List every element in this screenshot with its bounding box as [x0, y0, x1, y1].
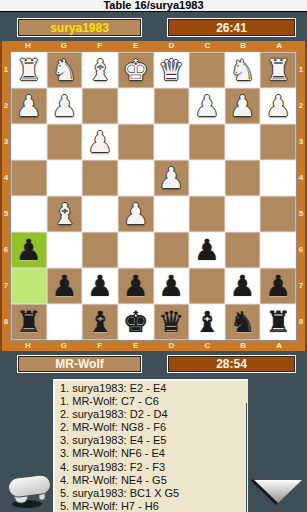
file-label-A: A	[261, 341, 297, 351]
square-D3[interactable]	[154, 124, 190, 160]
rank-label-7: 7	[2, 267, 10, 303]
square-G8[interactable]	[47, 304, 83, 340]
piece-black-pawn: ♟	[194, 232, 220, 268]
move-row: 3. surya1983: E4 - E5	[60, 434, 248, 447]
rank-label-4: 4	[2, 159, 10, 195]
piece-white-pawn: ♟	[194, 88, 220, 124]
piece-white-bishop: ♝	[87, 52, 113, 88]
square-G4[interactable]	[47, 160, 83, 196]
strip-spacer	[297, 41, 305, 51]
square-E6[interactable]	[118, 232, 154, 268]
piece-white-pawn: ♟	[16, 88, 42, 124]
square-B6[interactable]	[225, 232, 261, 268]
square-B7[interactable]: ♟	[225, 268, 261, 304]
bottom-area: 1. surya1983: E2 - E41. MR-Wolf: C7 - C6…	[0, 379, 307, 512]
piece-white-bishop: ♝	[51, 196, 77, 232]
square-H8[interactable]: ♜	[11, 304, 47, 340]
move-row: 1. surya1983: E2 - E4	[60, 382, 248, 395]
rank-label-5: 5	[2, 195, 10, 231]
rank-label-1: 1	[2, 51, 10, 87]
rank-label-2: 2	[297, 87, 305, 123]
chess-board-frame: HGFEDCBA 12345678 ♜♞♝♚♛♞♜♟♟♟♟♟♟♟♝♟♟♟♟♟♟♟…	[0, 41, 307, 351]
square-C8[interactable]: ♝	[189, 304, 225, 340]
square-B5[interactable]	[225, 196, 261, 232]
move-row: 3. MR-Wolf: NF6 - E4	[60, 447, 248, 460]
file-labels-bottom: HGFEDCBA	[2, 341, 305, 351]
piece-black-pawn: ♟	[158, 268, 184, 304]
move-row: 5. surya1983: BC1 X G5	[60, 487, 248, 500]
file-label-D: D	[154, 41, 190, 51]
move-row: 4. surya1983: F2 - F3	[60, 461, 248, 474]
square-H7[interactable]	[11, 268, 47, 304]
square-C4[interactable]	[189, 160, 225, 196]
piece-white-rook: ♜	[16, 52, 42, 88]
square-E2[interactable]	[118, 88, 154, 124]
square-A2[interactable]: ♟	[260, 88, 296, 124]
square-B2[interactable]: ♟	[225, 88, 261, 124]
piece-black-pawn: ♟	[87, 268, 113, 304]
file-label-E: E	[118, 41, 154, 51]
square-G6[interactable]	[47, 232, 83, 268]
square-E7[interactable]: ♟	[118, 268, 154, 304]
square-D1[interactable]: ♛	[154, 52, 190, 88]
square-G7[interactable]: ♟	[47, 268, 83, 304]
strip-spacer	[2, 341, 10, 351]
table-button[interactable]	[6, 475, 54, 509]
file-label-B: B	[225, 341, 261, 351]
down-arrow-icon	[249, 478, 305, 506]
square-E3[interactable]	[118, 124, 154, 160]
file-label-C: C	[189, 341, 225, 351]
square-D7[interactable]: ♟	[154, 268, 190, 304]
file-label-A: A	[261, 41, 297, 51]
square-H5[interactable]	[11, 196, 47, 232]
file-label-B: B	[225, 41, 261, 51]
move-row: 2. surya1983: D2 - D4	[60, 408, 248, 421]
piece-black-pawn: ♟	[51, 268, 77, 304]
piece-white-queen: ♛	[158, 52, 184, 88]
square-H3[interactable]	[11, 124, 47, 160]
square-D6[interactable]	[154, 232, 190, 268]
bottom-player-name: MR-Wolf	[17, 355, 142, 373]
rank-labels-left: 12345678	[2, 51, 10, 341]
square-F1[interactable]: ♝	[82, 52, 118, 88]
piece-white-king: ♚	[123, 52, 149, 88]
square-F3[interactable]: ♟	[82, 124, 118, 160]
square-G3[interactable]	[47, 124, 83, 160]
file-label-F: F	[82, 41, 118, 51]
rank-label-8: 8	[297, 303, 305, 339]
square-B1[interactable]: ♞	[225, 52, 261, 88]
scroll-down-button[interactable]	[249, 478, 305, 506]
square-G2[interactable]: ♟	[47, 88, 83, 124]
rank-label-1: 1	[297, 51, 305, 87]
file-label-H: H	[10, 341, 46, 351]
square-D2[interactable]	[154, 88, 190, 124]
rank-label-2: 2	[2, 87, 10, 123]
square-F6[interactable]	[82, 232, 118, 268]
rank-label-5: 5	[297, 195, 305, 231]
piece-white-pawn: ♟	[265, 88, 291, 124]
square-F5[interactable]	[82, 196, 118, 232]
rank-label-6: 6	[297, 231, 305, 267]
table-icon	[6, 475, 54, 509]
bottom-player-clock: 28:54	[167, 355, 296, 373]
square-E5[interactable]: ♟	[118, 196, 154, 232]
file-labels-top: HGFEDCBA	[2, 41, 305, 51]
bottom-player-band: MR-Wolf 28:54	[0, 351, 307, 379]
move-row: 2. MR-Wolf: NG8 - F6	[60, 421, 248, 434]
square-F8[interactable]: ♝	[82, 304, 118, 340]
move-row: 5. MR-Wolf: H7 - H6	[60, 500, 248, 512]
file-label-F: F	[82, 341, 118, 351]
piece-white-pawn: ♟	[230, 88, 256, 124]
rank-label-8: 8	[2, 303, 10, 339]
move-row: 1. MR-Wolf: C7 - C6	[60, 395, 248, 408]
rank-label-6: 6	[2, 231, 10, 267]
chess-board: ♜♞♝♚♛♞♜♟♟♟♟♟♟♟♝♟♟♟♟♟♟♟♟♟♜♝♚♛♝♞♜	[10, 51, 297, 341]
square-H1[interactable]: ♜	[11, 52, 47, 88]
square-A3[interactable]	[260, 124, 296, 160]
piece-black-rook: ♜	[265, 304, 291, 340]
square-E1[interactable]: ♚	[118, 52, 154, 88]
piece-black-bishop: ♝	[87, 304, 113, 340]
square-B4[interactable]	[225, 160, 261, 196]
top-player-clock: 26:41	[167, 18, 296, 37]
square-F4[interactable]	[82, 160, 118, 196]
rank-label-3: 3	[2, 123, 10, 159]
piece-white-pawn: ♟	[123, 196, 149, 232]
piece-white-pawn: ♟	[158, 160, 184, 196]
square-C6[interactable]: ♟	[189, 232, 225, 268]
square-C7[interactable]	[189, 268, 225, 304]
window-title: Table 16/surya1983	[0, 0, 307, 12]
square-A5[interactable]	[260, 196, 296, 232]
rank-label-3: 3	[297, 123, 305, 159]
square-A4[interactable]	[260, 160, 296, 196]
file-label-G: G	[46, 41, 82, 51]
square-B3[interactable]	[225, 124, 261, 160]
strip-spacer	[297, 341, 305, 351]
move-row: 4. MR-Wolf: NE4 - G5	[60, 474, 248, 487]
piece-black-pawn: ♟	[230, 268, 256, 304]
square-F2[interactable]	[82, 88, 118, 124]
square-C1[interactable]	[189, 52, 225, 88]
piece-black-pawn: ♟	[265, 268, 291, 304]
rank-labels-right: 12345678	[297, 51, 305, 341]
file-label-H: H	[10, 41, 46, 51]
square-A6[interactable]	[260, 232, 296, 268]
top-player-name: surya1983	[17, 18, 142, 37]
piece-white-pawn: ♟	[51, 88, 77, 124]
piece-black-pawn: ♟	[16, 232, 42, 268]
square-D4[interactable]: ♟	[154, 160, 190, 196]
piece-black-king: ♚	[123, 304, 149, 340]
square-G1[interactable]: ♞	[47, 52, 83, 88]
square-E4[interactable]	[118, 160, 154, 196]
file-label-E: E	[118, 341, 154, 351]
movelist-scrollbar[interactable]	[246, 403, 248, 512]
square-H4[interactable]	[11, 160, 47, 196]
strip-spacer	[2, 41, 10, 51]
top-player-band: surya1983 26:41	[0, 12, 307, 41]
square-G5[interactable]: ♝	[47, 196, 83, 232]
square-A8[interactable]: ♜	[260, 304, 296, 340]
rank-label-4: 4	[297, 159, 305, 195]
square-A1[interactable]: ♜	[260, 52, 296, 88]
square-F7[interactable]: ♟	[82, 268, 118, 304]
square-C2[interactable]: ♟	[189, 88, 225, 124]
square-C3[interactable]	[189, 124, 225, 160]
piece-black-knight: ♞	[230, 304, 256, 340]
rank-label-7: 7	[297, 267, 305, 303]
move-list[interactable]: 1. surya1983: E2 - E41. MR-Wolf: C7 - C6…	[53, 379, 248, 512]
square-A7[interactable]: ♟	[260, 268, 296, 304]
piece-black-bishop: ♝	[194, 304, 220, 340]
file-label-C: C	[189, 41, 225, 51]
piece-white-rook: ♜	[265, 52, 291, 88]
square-E8[interactable]: ♚	[118, 304, 154, 340]
piece-black-queen: ♛	[158, 304, 184, 340]
piece-black-pawn: ♟	[123, 268, 149, 304]
piece-white-knight: ♞	[51, 52, 77, 88]
square-C5[interactable]	[189, 196, 225, 232]
square-H6[interactable]: ♟	[11, 232, 47, 268]
file-label-D: D	[154, 341, 190, 351]
square-D8[interactable]: ♛	[154, 304, 190, 340]
file-label-G: G	[46, 341, 82, 351]
square-D5[interactable]	[154, 196, 190, 232]
square-B8[interactable]: ♞	[225, 304, 261, 340]
piece-white-pawn: ♟	[87, 124, 113, 160]
piece-black-rook: ♜	[16, 304, 42, 340]
square-H2[interactable]: ♟	[11, 88, 47, 124]
piece-white-knight: ♞	[230, 52, 256, 88]
